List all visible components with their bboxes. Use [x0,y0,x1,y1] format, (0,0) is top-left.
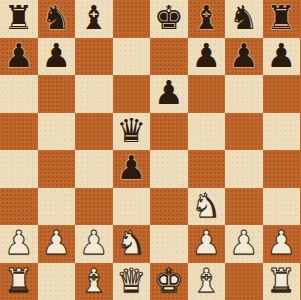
square-b2[interactable]: ♟ [38,225,76,263]
square-a5[interactable] [0,113,38,151]
square-h5[interactable] [263,113,301,151]
square-h1[interactable]: ♜ [263,263,301,300]
square-f2[interactable]: ♟ [188,225,226,263]
black-bishop-piece[interactable]: ♝ [191,1,221,34]
square-d7[interactable] [113,38,151,76]
square-a2[interactable]: ♟ [0,225,38,263]
square-d2[interactable]: ♞ [113,225,151,263]
square-g5[interactable] [225,113,263,151]
square-d6[interactable] [113,75,151,113]
chess-board: ♜♞♝♚♝♞♜♟♟♟♟♟♟♛♟♞♟♟♟♞♟♟♟♜♝♛♚♝♜ [0,0,300,300]
square-c8[interactable]: ♝ [75,0,113,38]
black-pawn-piece[interactable]: ♟ [191,39,221,72]
white-bishop-piece[interactable]: ♝ [191,264,221,297]
square-f8[interactable]: ♝ [188,0,226,38]
square-b8[interactable]: ♞ [38,0,76,38]
black-knight-piece[interactable]: ♞ [41,1,71,34]
black-pawn-piece[interactable]: ♟ [266,39,296,72]
black-pawn-piece[interactable]: ♟ [229,39,259,72]
black-pawn-piece[interactable]: ♟ [4,39,34,72]
square-e2[interactable] [150,225,188,263]
white-queen-piece[interactable]: ♛ [116,264,146,297]
square-h7[interactable]: ♟ [263,38,301,76]
square-g3[interactable] [225,188,263,226]
square-d5[interactable]: ♛ [113,113,151,151]
square-d3[interactable] [113,188,151,226]
square-g6[interactable] [225,75,263,113]
square-h4[interactable] [263,150,301,188]
square-g1[interactable] [225,263,263,300]
square-a3[interactable] [0,188,38,226]
square-b3[interactable] [38,188,76,226]
chess-board-window: ♜♞♝♚♝♞♜♟♟♟♟♟♟♛♟♞♟♟♟♞♟♟♟♜♝♛♚♝♜ [0,0,300,300]
square-h8[interactable]: ♜ [263,0,301,38]
square-c1[interactable]: ♝ [75,263,113,300]
white-knight-piece[interactable]: ♞ [191,189,221,222]
square-h3[interactable] [263,188,301,226]
square-f7[interactable]: ♟ [188,38,226,76]
square-c4[interactable] [75,150,113,188]
square-a4[interactable] [0,150,38,188]
square-a7[interactable]: ♟ [0,38,38,76]
white-rook-piece[interactable]: ♜ [266,264,296,297]
square-c2[interactable]: ♟ [75,225,113,263]
square-e3[interactable] [150,188,188,226]
square-e4[interactable] [150,150,188,188]
white-pawn-piece[interactable]: ♟ [4,226,34,259]
black-pawn-piece[interactable]: ♟ [41,39,71,72]
square-d4[interactable]: ♟ [113,150,151,188]
white-pawn-piece[interactable]: ♟ [229,226,259,259]
square-d8[interactable] [113,0,151,38]
black-king-piece[interactable]: ♚ [154,1,184,34]
square-e6[interactable]: ♟ [150,75,188,113]
square-b7[interactable]: ♟ [38,38,76,76]
white-pawn-piece[interactable]: ♟ [191,226,221,259]
square-f4[interactable] [188,150,226,188]
square-g7[interactable]: ♟ [225,38,263,76]
white-pawn-piece[interactable]: ♟ [266,226,296,259]
black-bishop-piece[interactable]: ♝ [79,1,109,34]
square-f5[interactable] [188,113,226,151]
square-a8[interactable]: ♜ [0,0,38,38]
square-h6[interactable] [263,75,301,113]
square-c7[interactable] [75,38,113,76]
white-pawn-piece[interactable]: ♟ [79,226,109,259]
square-b5[interactable] [38,113,76,151]
black-pawn-piece[interactable]: ♟ [154,76,184,109]
square-b6[interactable] [38,75,76,113]
square-a6[interactable] [0,75,38,113]
square-g2[interactable]: ♟ [225,225,263,263]
black-knight-piece[interactable]: ♞ [229,1,259,34]
square-f1[interactable]: ♝ [188,263,226,300]
square-b1[interactable] [38,263,76,300]
square-e1[interactable]: ♚ [150,263,188,300]
square-c6[interactable] [75,75,113,113]
square-h2[interactable]: ♟ [263,225,301,263]
square-b4[interactable] [38,150,76,188]
square-e8[interactable]: ♚ [150,0,188,38]
white-rook-piece[interactable]: ♜ [4,264,34,297]
square-f6[interactable] [188,75,226,113]
square-f3[interactable]: ♞ [188,188,226,226]
square-c3[interactable] [75,188,113,226]
black-rook-piece[interactable]: ♜ [4,1,34,34]
black-rook-piece[interactable]: ♜ [266,1,296,34]
white-king-piece[interactable]: ♚ [154,264,184,297]
square-g4[interactable] [225,150,263,188]
square-c5[interactable] [75,113,113,151]
square-g8[interactable]: ♞ [225,0,263,38]
white-pawn-piece[interactable]: ♟ [41,226,71,259]
white-bishop-piece[interactable]: ♝ [79,264,109,297]
white-knight-piece[interactable]: ♞ [116,226,146,259]
square-e5[interactable] [150,113,188,151]
black-queen-piece[interactable]: ♛ [116,114,146,147]
square-e7[interactable] [150,38,188,76]
square-d1[interactable]: ♛ [113,263,151,300]
square-a1[interactable]: ♜ [0,263,38,300]
black-pawn-piece[interactable]: ♟ [116,151,146,184]
